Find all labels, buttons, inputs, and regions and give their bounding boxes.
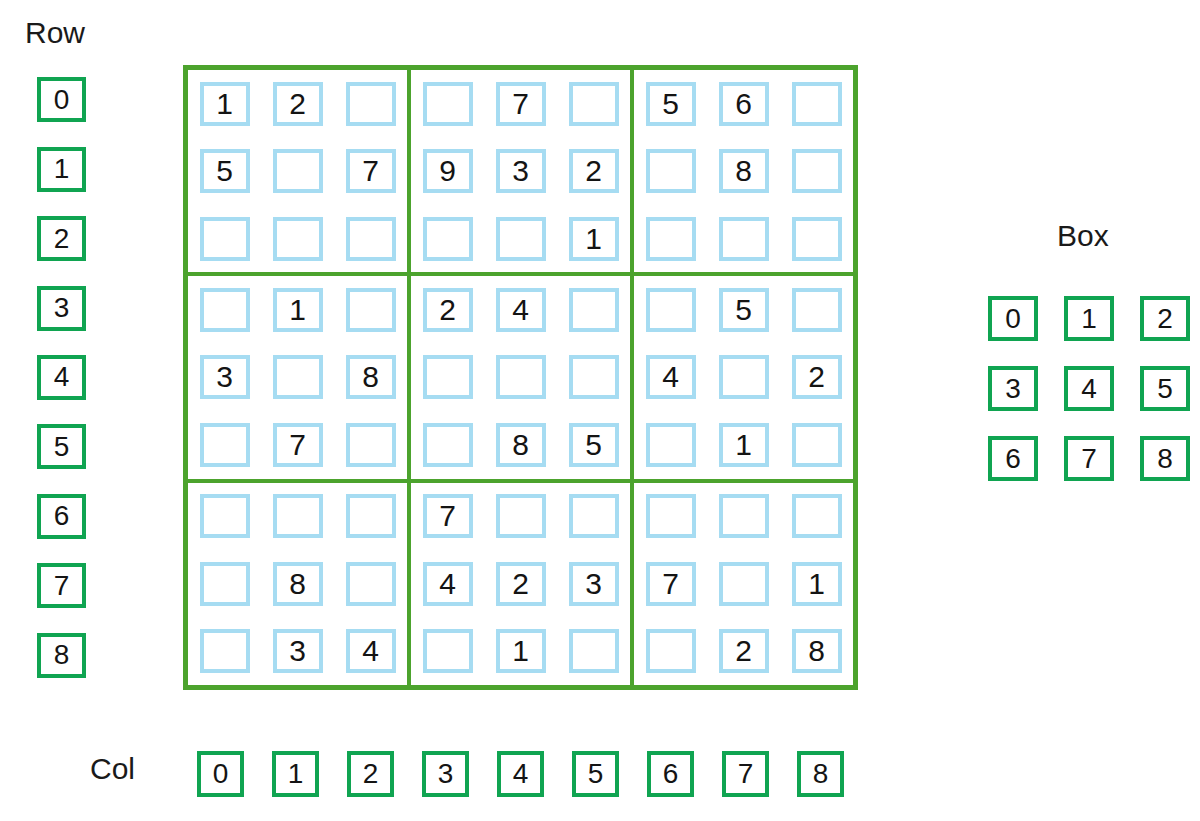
cell-r6c2[interactable] [346,494,396,538]
cell-r0c2[interactable] [346,82,396,126]
cell-r2c3[interactable] [423,217,473,261]
cell-r5c7[interactable]: 1 [719,423,769,467]
box-index-2: 2 [1140,296,1190,341]
cell-r2c2[interactable] [346,217,396,261]
cell-r3c7[interactable]: 5 [719,288,769,332]
cell-r6c1[interactable] [273,494,323,538]
box-index-4: 4 [1064,366,1114,411]
cell-r5c3[interactable] [423,423,473,467]
cell-r4c2[interactable]: 8 [346,355,396,399]
cell-r5c2[interactable] [346,423,396,467]
cell-r1c7[interactable]: 8 [719,149,769,193]
box-index-0: 0 [988,296,1038,341]
cell-r0c5[interactable] [569,82,619,126]
cell-r7c4[interactable]: 2 [496,562,546,606]
cell-r6c8[interactable] [792,494,842,538]
cell-r0c6[interactable]: 5 [646,82,696,126]
box-index-5: 5 [1140,366,1190,411]
cell-r4c3[interactable] [423,355,473,399]
cell-r5c0[interactable] [200,423,250,467]
col-index-0: 0 [197,751,244,797]
box-4: 2485 [409,274,632,480]
cell-r2c5[interactable]: 1 [569,217,619,261]
cell-r0c8[interactable] [792,82,842,126]
box-7: 74231 [409,481,632,687]
col-index-1: 1 [272,751,319,797]
col-index-7: 7 [722,751,769,797]
col-index-5: 5 [572,751,619,797]
cell-r1c8[interactable] [792,149,842,193]
box-index-labels: 012345678 [988,296,1190,481]
box-5: 5421 [632,274,855,480]
cell-r7c7[interactable] [719,562,769,606]
col-index-4: 4 [497,751,544,797]
row-index-2: 2 [37,216,86,261]
cell-r3c2[interactable] [346,288,396,332]
cell-r8c8[interactable]: 8 [792,629,842,673]
col-index-6: 6 [647,751,694,797]
cell-r1c0[interactable]: 5 [200,149,250,193]
box-index-3: 3 [988,366,1038,411]
box-index-6: 6 [988,436,1038,481]
sudoku-diagram: Row 012345678 12577932156813872485542183… [0,0,1200,821]
row-index-6: 6 [37,494,86,539]
cell-r6c6[interactable] [646,494,696,538]
cell-r1c2[interactable]: 7 [346,149,396,193]
cell-r4c1[interactable] [273,355,323,399]
box-2: 568 [632,68,855,274]
cell-r7c6[interactable]: 7 [646,562,696,606]
cell-r2c6[interactable] [646,217,696,261]
cell-r1c4[interactable]: 3 [496,149,546,193]
box-axis-label: Box [1057,219,1109,252]
cell-r3c6[interactable] [646,288,696,332]
row-index-5: 5 [37,424,86,469]
cell-r3c3[interactable]: 2 [423,288,473,332]
col-axis-label: Col [90,752,135,785]
col-index-2: 2 [347,751,394,797]
cell-r8c6[interactable] [646,629,696,673]
cell-r6c3[interactable]: 7 [423,494,473,538]
row-index-7: 7 [37,563,86,608]
cell-r6c4[interactable] [496,494,546,538]
cell-r4c6[interactable]: 4 [646,355,696,399]
cell-r7c1[interactable]: 8 [273,562,323,606]
cell-r5c5[interactable]: 5 [569,423,619,467]
row-index-labels: 012345678 [37,65,86,690]
cell-r8c5[interactable] [569,629,619,673]
cell-r0c3[interactable] [423,82,473,126]
cell-r2c1[interactable] [273,217,323,261]
cell-r8c2[interactable]: 4 [346,629,396,673]
cell-r5c4[interactable]: 8 [496,423,546,467]
cell-r3c4[interactable]: 4 [496,288,546,332]
cell-r5c1[interactable]: 7 [273,423,323,467]
row-index-8: 8 [37,633,86,678]
box-index-7: 7 [1064,436,1114,481]
cell-r3c8[interactable] [792,288,842,332]
cell-r1c3[interactable]: 9 [423,149,473,193]
cell-r1c6[interactable] [646,149,696,193]
cell-r7c5[interactable]: 3 [569,562,619,606]
cell-r4c0[interactable]: 3 [200,355,250,399]
box-0: 1257 [186,68,409,274]
row-index-4: 4 [37,355,86,400]
cell-r6c5[interactable] [569,494,619,538]
box-index-8: 8 [1140,436,1190,481]
row-axis-label: Row [25,16,85,49]
box-6: 834 [186,481,409,687]
sudoku-grid: 125779321568138724855421834742317128 [183,65,858,690]
box-3: 1387 [186,274,409,480]
col-index-8: 8 [797,751,844,797]
row-index-1: 1 [37,147,86,192]
cell-r0c4[interactable]: 7 [496,82,546,126]
col-index-labels: 012345678 [183,751,858,797]
cell-r4c7[interactable] [719,355,769,399]
cell-r2c8[interactable] [792,217,842,261]
cell-r3c5[interactable] [569,288,619,332]
cell-r8c0[interactable] [200,629,250,673]
cell-r0c7[interactable]: 6 [719,82,769,126]
cell-r7c8[interactable]: 1 [792,562,842,606]
cell-r7c2[interactable] [346,562,396,606]
cell-r8c1[interactable]: 3 [273,629,323,673]
cell-r5c6[interactable] [646,423,696,467]
cell-r3c0[interactable] [200,288,250,332]
cell-r2c4[interactable] [496,217,546,261]
cell-r1c1[interactable] [273,149,323,193]
cell-r4c8[interactable]: 2 [792,355,842,399]
row-index-0: 0 [37,77,86,122]
cell-r2c7[interactable] [719,217,769,261]
cell-r6c7[interactable] [719,494,769,538]
cell-r4c4[interactable] [496,355,546,399]
cell-r5c8[interactable] [792,423,842,467]
col-index-3: 3 [422,751,469,797]
cell-r7c0[interactable] [200,562,250,606]
box-1: 79321 [409,68,632,274]
box-8: 7128 [632,481,855,687]
cell-r0c1[interactable]: 2 [273,82,323,126]
box-index-1: 1 [1064,296,1114,341]
cell-r1c5[interactable]: 2 [569,149,619,193]
cell-r6c0[interactable] [200,494,250,538]
cell-r7c3[interactable]: 4 [423,562,473,606]
row-index-3: 3 [37,286,86,331]
cell-r3c1[interactable]: 1 [273,288,323,332]
cell-r8c7[interactable]: 2 [719,629,769,673]
cell-r8c4[interactable]: 1 [496,629,546,673]
cell-r2c0[interactable] [200,217,250,261]
cell-r4c5[interactable] [569,355,619,399]
cell-r8c3[interactable] [423,629,473,673]
cell-r0c0[interactable]: 1 [200,82,250,126]
